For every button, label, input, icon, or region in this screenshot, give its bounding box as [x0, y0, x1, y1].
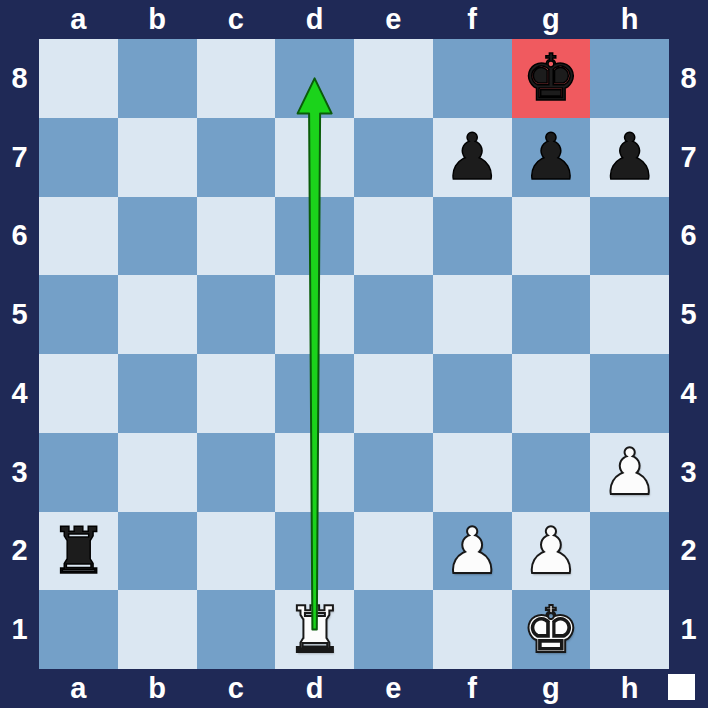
square-f1[interactable]	[433, 590, 512, 669]
square-b6[interactable]	[118, 197, 197, 276]
square-c3[interactable]	[197, 433, 276, 512]
square-h4[interactable]	[590, 354, 669, 433]
square-g3[interactable]	[512, 433, 591, 512]
square-c4[interactable]	[197, 354, 276, 433]
square-d6[interactable]	[275, 197, 354, 276]
square-b3[interactable]	[118, 433, 197, 512]
rank-label-5: 5	[0, 275, 39, 354]
file-label-f: f	[433, 0, 512, 39]
square-h3[interactable]: ♟	[590, 433, 669, 512]
square-b4[interactable]	[118, 354, 197, 433]
file-label-h: h	[590, 0, 669, 39]
rank-label-4: 4	[669, 354, 708, 433]
square-e3[interactable]	[354, 433, 433, 512]
square-c5[interactable]	[197, 275, 276, 354]
square-e2[interactable]	[354, 512, 433, 591]
file-label-f: f	[433, 669, 512, 708]
file-label-e: e	[354, 0, 433, 39]
piece-black-pawn[interactable]: ♟	[512, 118, 591, 197]
square-c7[interactable]	[197, 118, 276, 197]
square-f5[interactable]	[433, 275, 512, 354]
piece-black-rook[interactable]: ♜	[39, 512, 118, 591]
square-b8[interactable]	[118, 39, 197, 118]
square-b1[interactable]	[118, 590, 197, 669]
square-a6[interactable]	[39, 197, 118, 276]
file-label-d: d	[275, 0, 354, 39]
file-label-b: b	[118, 0, 197, 39]
square-g5[interactable]	[512, 275, 591, 354]
square-a4[interactable]	[39, 354, 118, 433]
square-h7[interactable]: ♟	[590, 118, 669, 197]
file-label-g: g	[512, 0, 591, 39]
square-e5[interactable]	[354, 275, 433, 354]
square-h2[interactable]	[590, 512, 669, 591]
rank-labels-left: 87654321	[0, 39, 39, 669]
square-d3[interactable]	[275, 433, 354, 512]
file-label-e: e	[354, 669, 433, 708]
piece-white-pawn[interactable]: ♟	[512, 512, 591, 591]
square-f8[interactable]	[433, 39, 512, 118]
square-d8[interactable]	[275, 39, 354, 118]
square-a2[interactable]: ♜	[39, 512, 118, 591]
square-g4[interactable]	[512, 354, 591, 433]
rank-label-1: 1	[0, 590, 39, 669]
rank-label-6: 6	[0, 197, 39, 276]
file-labels-bottom: abcdefgh	[39, 669, 669, 708]
square-b7[interactable]	[118, 118, 197, 197]
square-c8[interactable]	[197, 39, 276, 118]
rank-label-8: 8	[0, 39, 39, 118]
square-a3[interactable]	[39, 433, 118, 512]
square-d2[interactable]	[275, 512, 354, 591]
rank-label-2: 2	[0, 512, 39, 591]
square-g7[interactable]: ♟	[512, 118, 591, 197]
square-a8[interactable]	[39, 39, 118, 118]
square-a1[interactable]	[39, 590, 118, 669]
square-d1[interactable]: ♜	[275, 590, 354, 669]
rank-label-8: 8	[669, 39, 708, 118]
square-e6[interactable]	[354, 197, 433, 276]
square-g8-highlighted[interactable]: ♚	[512, 39, 591, 118]
file-label-h: h	[590, 669, 669, 708]
square-f3[interactable]	[433, 433, 512, 512]
square-h8[interactable]	[590, 39, 669, 118]
square-b2[interactable]	[118, 512, 197, 591]
square-c2[interactable]	[197, 512, 276, 591]
rank-label-3: 3	[669, 433, 708, 512]
square-h1[interactable]	[590, 590, 669, 669]
rank-label-5: 5	[669, 275, 708, 354]
square-d7[interactable]	[275, 118, 354, 197]
rank-label-1: 1	[669, 590, 708, 669]
piece-white-pawn[interactable]: ♟	[590, 433, 669, 512]
rank-label-3: 3	[0, 433, 39, 512]
square-f4[interactable]	[433, 354, 512, 433]
square-g2[interactable]: ♟	[512, 512, 591, 591]
square-h6[interactable]	[590, 197, 669, 276]
square-d4[interactable]	[275, 354, 354, 433]
piece-black-pawn[interactable]: ♟	[433, 118, 512, 197]
square-e4[interactable]	[354, 354, 433, 433]
square-b5[interactable]	[118, 275, 197, 354]
piece-white-pawn[interactable]: ♟	[433, 512, 512, 591]
square-h5[interactable]	[590, 275, 669, 354]
file-label-a: a	[39, 669, 118, 708]
rank-label-7: 7	[0, 118, 39, 197]
square-d5[interactable]	[275, 275, 354, 354]
square-g1[interactable]: ♚	[512, 590, 591, 669]
rank-label-6: 6	[669, 197, 708, 276]
chess-board-frame: abcdefgh abcdefgh 87654321 87654321 ♚♟♟♟…	[0, 0, 708, 708]
file-label-g: g	[512, 669, 591, 708]
square-f6[interactable]	[433, 197, 512, 276]
file-label-c: c	[197, 0, 276, 39]
square-e8[interactable]	[354, 39, 433, 118]
file-label-c: c	[197, 669, 276, 708]
square-a7[interactable]	[39, 118, 118, 197]
rank-label-2: 2	[669, 512, 708, 591]
piece-white-king[interactable]: ♚	[512, 590, 591, 669]
piece-black-pawn[interactable]: ♟	[590, 118, 669, 197]
square-c6[interactable]	[197, 197, 276, 276]
square-a5[interactable]	[39, 275, 118, 354]
file-label-a: a	[39, 0, 118, 39]
rank-label-7: 7	[669, 118, 708, 197]
square-e7[interactable]	[354, 118, 433, 197]
rank-labels-right: 87654321	[669, 39, 708, 669]
board[interactable]: ♚♟♟♟♟♜♟♟♜♚	[39, 39, 669, 669]
square-g6[interactable]	[512, 197, 591, 276]
square-f2[interactable]: ♟	[433, 512, 512, 591]
white-to-move-indicator	[668, 674, 695, 700]
file-label-d: d	[275, 669, 354, 708]
square-f7[interactable]: ♟	[433, 118, 512, 197]
piece-white-rook[interactable]: ♜	[275, 590, 354, 669]
square-c1[interactable]	[197, 590, 276, 669]
piece-black-king[interactable]: ♚	[512, 39, 591, 118]
square-e1[interactable]	[354, 590, 433, 669]
file-labels-top: abcdefgh	[39, 0, 669, 39]
rank-label-4: 4	[0, 354, 39, 433]
file-label-b: b	[118, 669, 197, 708]
